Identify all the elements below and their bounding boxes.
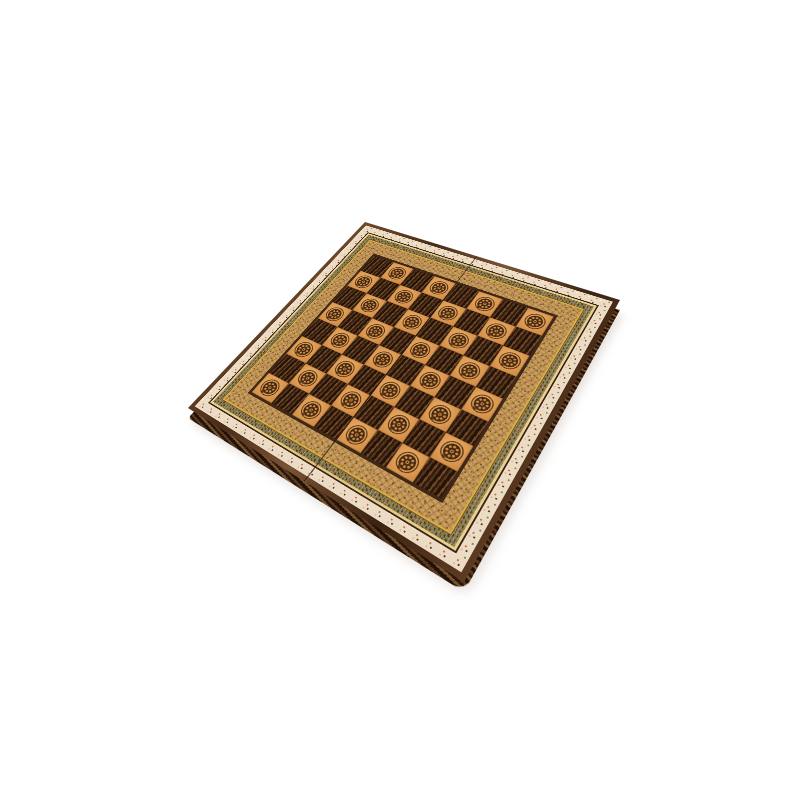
floral-border-band [195, 225, 613, 572]
gold-inlay-line [222, 239, 585, 535]
chess-board [188, 222, 620, 582]
inner-frame [248, 253, 558, 503]
board-grid [252, 256, 554, 499]
photo-background [0, 0, 800, 800]
pale-gold-inlay-line [210, 233, 597, 551]
mosaic-border-band [213, 235, 594, 547]
dark-inlay-line [208, 232, 599, 553]
arabesque-border-band [225, 241, 582, 532]
board-face-layer [0, 0, 440, 440]
outer-wood-band [188, 222, 620, 582]
